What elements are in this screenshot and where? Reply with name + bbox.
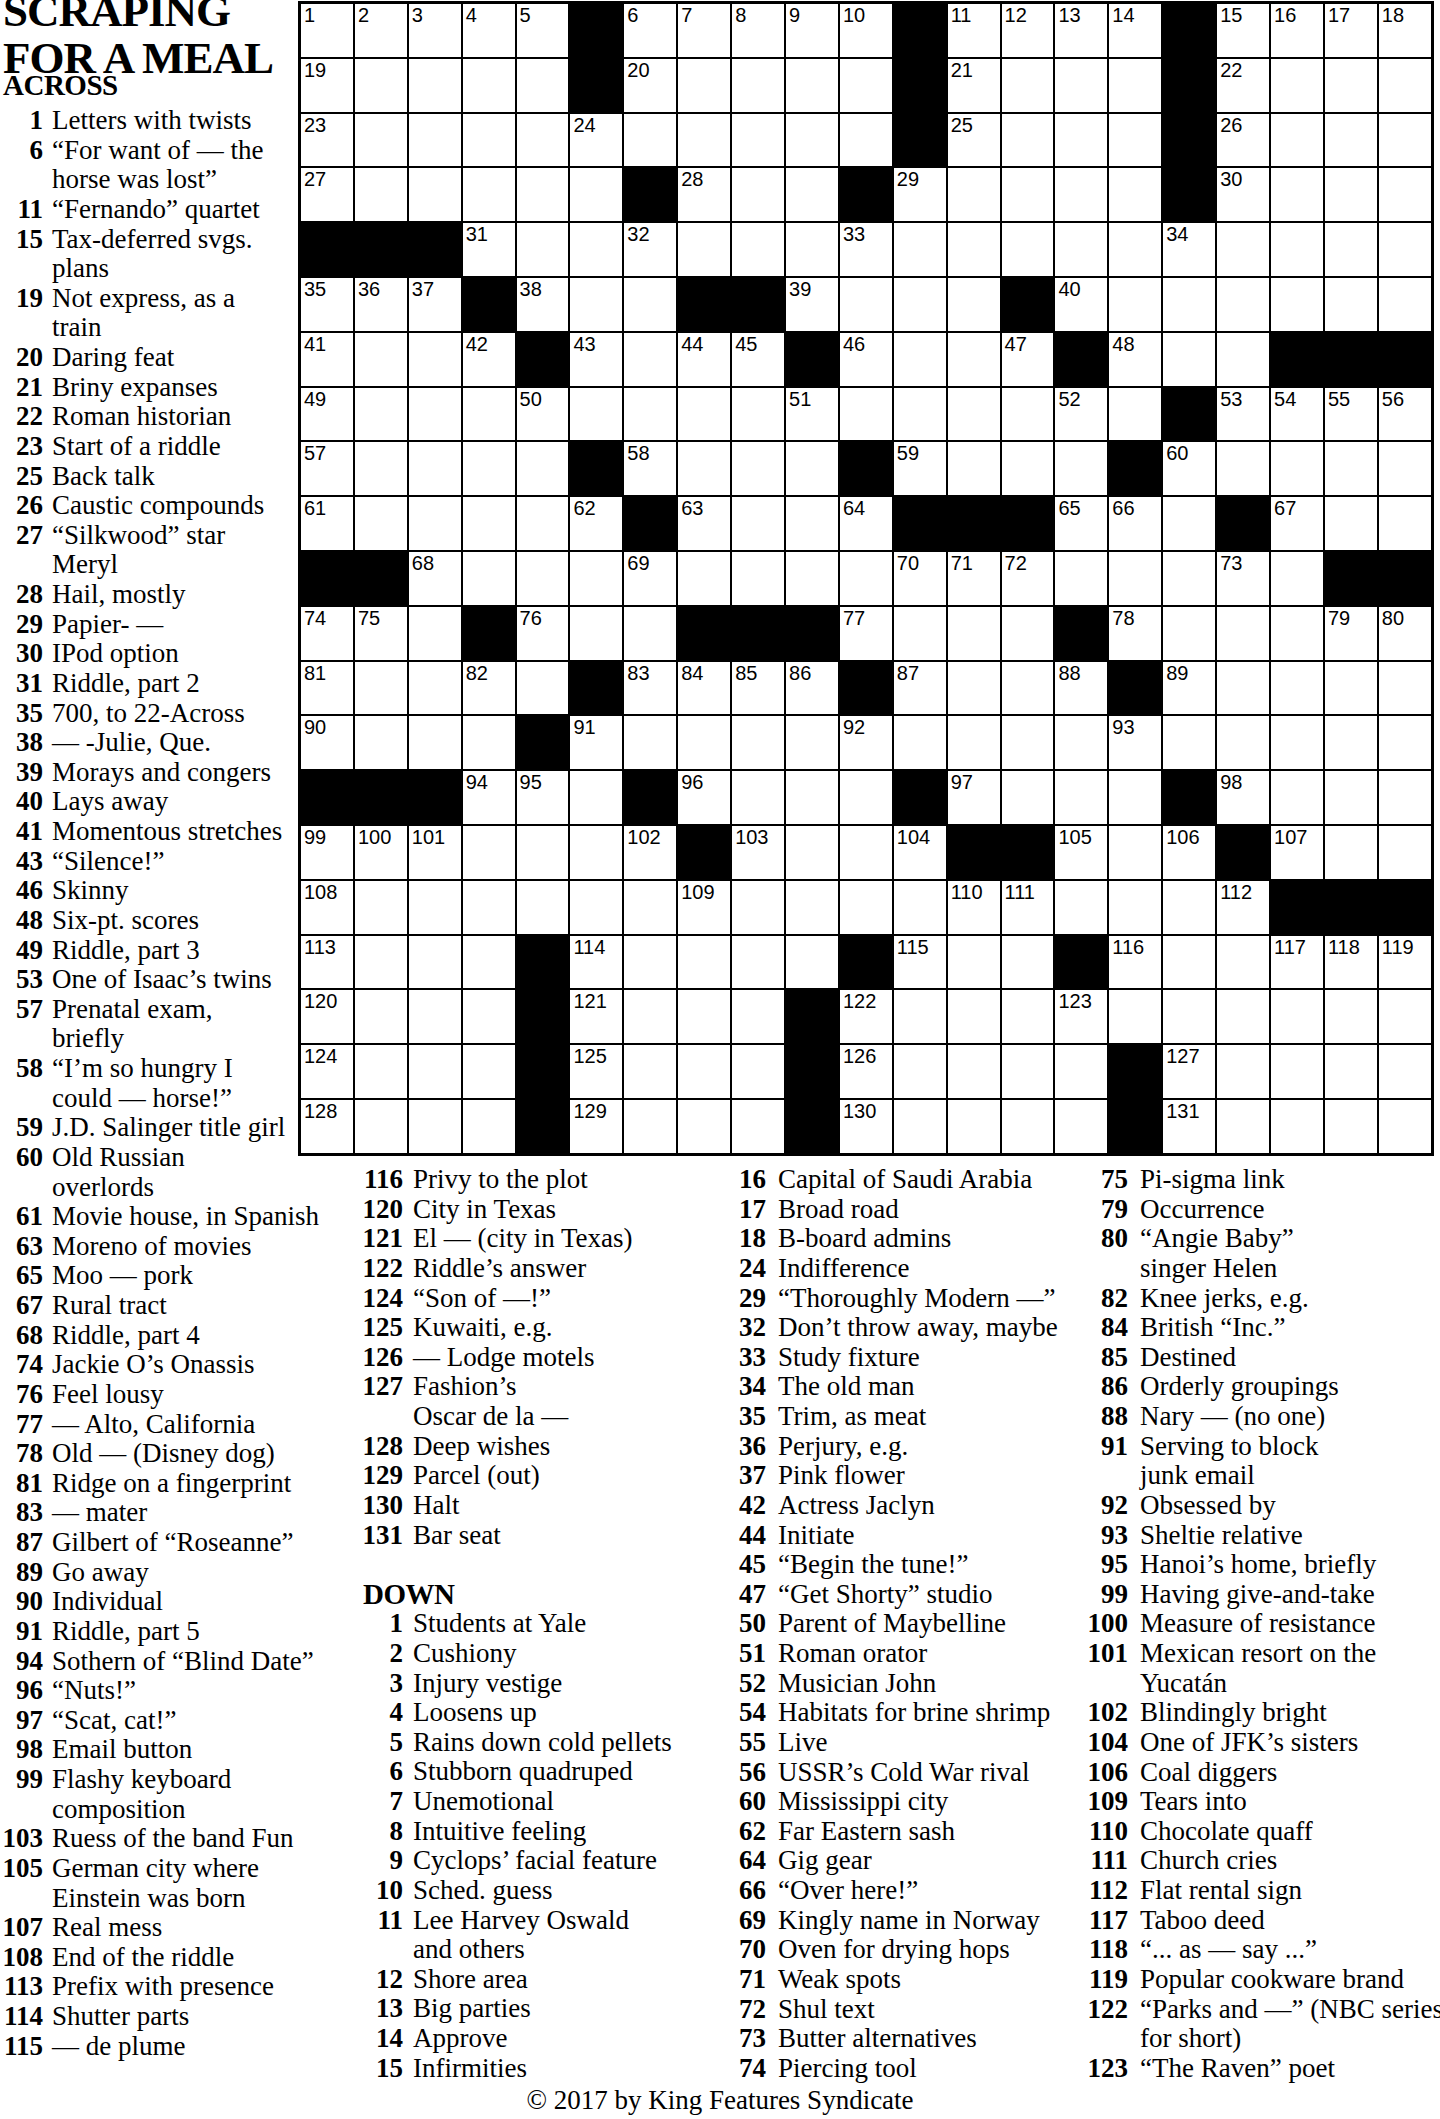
grid-cell-r17c8[interactable]: 109	[678, 881, 730, 934]
grid-cell-r11c18[interactable]: 73	[1217, 552, 1269, 605]
grid-cell-r1c11[interactable]: 10	[840, 4, 892, 57]
grid-cell-r2c1[interactable]: 19	[301, 59, 353, 112]
grid-cell-r1c1[interactable]: 1	[301, 4, 353, 57]
grid-cell-r9c5[interactable]	[517, 442, 569, 495]
grid-cell-r19c13[interactable]	[948, 990, 1000, 1043]
grid-cell-r9c7[interactable]: 58	[624, 442, 676, 495]
grid-cell-r7c12[interactable]	[894, 333, 946, 386]
grid-cell-r1c21[interactable]: 18	[1379, 4, 1431, 57]
grid-cell-r4c20[interactable]	[1325, 168, 1377, 221]
grid-cell-r8c7[interactable]	[624, 388, 676, 441]
grid-cell-r16c4[interactable]	[463, 826, 515, 879]
grid-cell-r9c18[interactable]	[1217, 442, 1269, 495]
grid-cell-r9c1[interactable]: 57	[301, 442, 353, 495]
grid-cell-r14c6[interactable]: 91	[570, 716, 622, 769]
grid-cell-r10c1[interactable]: 61	[301, 497, 353, 550]
grid-cell-r2c10[interactable]	[786, 59, 838, 112]
grid-cell-r3c19[interactable]	[1271, 114, 1323, 167]
grid-cell-r17c11[interactable]	[840, 881, 892, 934]
grid-cell-r12c12[interactable]	[894, 607, 946, 660]
grid-cell-r19c21[interactable]	[1379, 990, 1431, 1043]
grid-cell-r2c7[interactable]: 20	[624, 59, 676, 112]
grid-cell-r18c16[interactable]: 116	[1109, 936, 1161, 989]
grid-cell-r12c6[interactable]	[570, 607, 622, 660]
grid-cell-r5c5[interactable]	[517, 223, 569, 276]
grid-cell-r6c21[interactable]	[1379, 278, 1431, 331]
grid-cell-r6c5[interactable]: 38	[517, 278, 569, 331]
grid-cell-r18c7[interactable]	[624, 936, 676, 989]
grid-cell-r2c16[interactable]	[1109, 59, 1161, 112]
grid-cell-r21c6[interactable]: 129	[570, 1100, 622, 1153]
grid-cell-r19c15[interactable]: 123	[1055, 990, 1107, 1043]
grid-cell-r20c12[interactable]	[894, 1045, 946, 1098]
grid-cell-r20c11[interactable]: 126	[840, 1045, 892, 1098]
grid-cell-r2c19[interactable]	[1271, 59, 1323, 112]
grid-cell-r1c8[interactable]: 7	[678, 4, 730, 57]
grid-cell-r8c9[interactable]	[732, 388, 784, 441]
grid-cell-r20c7[interactable]	[624, 1045, 676, 1098]
grid-cell-r7c2[interactable]	[355, 333, 407, 386]
grid-cell-r14c2[interactable]	[355, 716, 407, 769]
grid-cell-r20c4[interactable]	[463, 1045, 515, 1098]
grid-cell-r17c2[interactable]	[355, 881, 407, 934]
grid-cell-r16c2[interactable]: 100	[355, 826, 407, 879]
grid-cell-r15c13[interactable]: 97	[948, 771, 1000, 824]
grid-cell-r21c20[interactable]	[1325, 1100, 1377, 1153]
grid-cell-r5c18[interactable]	[1217, 223, 1269, 276]
grid-cell-r6c12[interactable]	[894, 278, 946, 331]
grid-cell-r13c9[interactable]: 85	[732, 662, 784, 715]
grid-cell-r21c11[interactable]: 130	[840, 1100, 892, 1153]
grid-cell-r13c20[interactable]	[1325, 662, 1377, 715]
grid-cell-r8c20[interactable]: 55	[1325, 388, 1377, 441]
grid-cell-r11c10[interactable]	[786, 552, 838, 605]
grid-cell-r14c7[interactable]	[624, 716, 676, 769]
grid-cell-r8c18[interactable]: 53	[1217, 388, 1269, 441]
grid-cell-r20c18[interactable]	[1217, 1045, 1269, 1098]
grid-cell-r18c4[interactable]	[463, 936, 515, 989]
grid-cell-r14c3[interactable]	[409, 716, 461, 769]
grid-cell-r10c17[interactable]	[1163, 497, 1215, 550]
grid-cell-r3c5[interactable]	[517, 114, 569, 167]
grid-cell-r15c21[interactable]	[1379, 771, 1431, 824]
grid-cell-r1c5[interactable]: 5	[517, 4, 569, 57]
grid-cell-r3c3[interactable]	[409, 114, 461, 167]
grid-cell-r18c2[interactable]	[355, 936, 407, 989]
grid-cell-r6c19[interactable]	[1271, 278, 1323, 331]
grid-cell-r4c14[interactable]	[1002, 168, 1054, 221]
grid-cell-r20c3[interactable]	[409, 1045, 461, 1098]
grid-cell-r20c13[interactable]	[948, 1045, 1000, 1098]
grid-cell-r5c4[interactable]: 31	[463, 223, 515, 276]
grid-cell-r20c1[interactable]: 124	[301, 1045, 353, 1098]
grid-cell-r12c5[interactable]: 76	[517, 607, 569, 660]
grid-cell-r16c16[interactable]	[1109, 826, 1161, 879]
grid-cell-r3c10[interactable]	[786, 114, 838, 167]
grid-cell-r9c4[interactable]	[463, 442, 515, 495]
grid-cell-r12c17[interactable]	[1163, 607, 1215, 660]
grid-cell-r11c16[interactable]	[1109, 552, 1161, 605]
grid-cell-r16c17[interactable]: 106	[1163, 826, 1215, 879]
grid-cell-r14c10[interactable]	[786, 716, 838, 769]
grid-cell-r10c3[interactable]	[409, 497, 461, 550]
grid-cell-r15c8[interactable]: 96	[678, 771, 730, 824]
grid-cell-r14c20[interactable]	[1325, 716, 1377, 769]
grid-cell-r12c18[interactable]	[1217, 607, 1269, 660]
grid-cell-r6c20[interactable]	[1325, 278, 1377, 331]
grid-cell-r21c15[interactable]	[1055, 1100, 1107, 1153]
grid-cell-r18c20[interactable]: 118	[1325, 936, 1377, 989]
grid-cell-r5c15[interactable]	[1055, 223, 1107, 276]
grid-cell-r12c7[interactable]	[624, 607, 676, 660]
grid-cell-r8c16[interactable]	[1109, 388, 1161, 441]
grid-cell-r14c17[interactable]	[1163, 716, 1215, 769]
grid-cell-r5c6[interactable]	[570, 223, 622, 276]
grid-cell-r21c1[interactable]: 128	[301, 1100, 353, 1153]
grid-cell-r3c18[interactable]: 26	[1217, 114, 1269, 167]
grid-cell-r9c15[interactable]	[1055, 442, 1107, 495]
grid-cell-r14c4[interactable]	[463, 716, 515, 769]
grid-cell-r13c15[interactable]: 88	[1055, 662, 1107, 715]
grid-cell-r9c12[interactable]: 59	[894, 442, 946, 495]
grid-cell-r12c13[interactable]	[948, 607, 1000, 660]
grid-cell-r9c14[interactable]	[1002, 442, 1054, 495]
grid-cell-r16c9[interactable]: 103	[732, 826, 784, 879]
grid-cell-r10c21[interactable]	[1379, 497, 1431, 550]
grid-cell-r8c10[interactable]: 51	[786, 388, 838, 441]
grid-cell-r21c18[interactable]	[1217, 1100, 1269, 1153]
grid-cell-r15c16[interactable]	[1109, 771, 1161, 824]
grid-cell-r16c15[interactable]: 105	[1055, 826, 1107, 879]
grid-cell-r20c15[interactable]	[1055, 1045, 1107, 1098]
grid-cell-r8c21[interactable]: 56	[1379, 388, 1431, 441]
grid-cell-r17c15[interactable]	[1055, 881, 1107, 934]
grid-cell-r10c6[interactable]: 62	[570, 497, 622, 550]
grid-cell-r9c13[interactable]	[948, 442, 1000, 495]
grid-cell-r13c4[interactable]: 82	[463, 662, 515, 715]
grid-cell-r11c3[interactable]: 68	[409, 552, 461, 605]
grid-cell-r7c9[interactable]: 45	[732, 333, 784, 386]
grid-cell-r15c5[interactable]: 95	[517, 771, 569, 824]
grid-cell-r21c13[interactable]	[948, 1100, 1000, 1153]
grid-cell-r11c11[interactable]	[840, 552, 892, 605]
grid-cell-r2c2[interactable]	[355, 59, 407, 112]
grid-cell-r14c11[interactable]: 92	[840, 716, 892, 769]
grid-cell-r16c11[interactable]	[840, 826, 892, 879]
grid-cell-r5c16[interactable]	[1109, 223, 1161, 276]
grid-cell-r2c18[interactable]: 22	[1217, 59, 1269, 112]
grid-cell-r9c20[interactable]	[1325, 442, 1377, 495]
grid-cell-r11c8[interactable]	[678, 552, 730, 605]
grid-cell-r12c14[interactable]	[1002, 607, 1054, 660]
grid-cell-r6c6[interactable]	[570, 278, 622, 331]
grid-cell-r8c8[interactable]	[678, 388, 730, 441]
grid-cell-r21c17[interactable]: 131	[1163, 1100, 1215, 1153]
grid-cell-r4c6[interactable]	[570, 168, 622, 221]
grid-cell-r10c19[interactable]: 67	[1271, 497, 1323, 550]
grid-cell-r15c10[interactable]	[786, 771, 838, 824]
grid-cell-r10c2[interactable]	[355, 497, 407, 550]
grid-cell-r6c13[interactable]	[948, 278, 1000, 331]
grid-cell-r17c12[interactable]	[894, 881, 946, 934]
grid-cell-r4c4[interactable]	[463, 168, 515, 221]
grid-cell-r14c21[interactable]	[1379, 716, 1431, 769]
grid-cell-r4c19[interactable]	[1271, 168, 1323, 221]
grid-cell-r19c18[interactable]	[1217, 990, 1269, 1043]
grid-cell-r5c12[interactable]	[894, 223, 946, 276]
grid-cell-r19c12[interactable]	[894, 990, 946, 1043]
grid-cell-r20c14[interactable]	[1002, 1045, 1054, 1098]
grid-cell-r5c14[interactable]	[1002, 223, 1054, 276]
grid-cell-r3c15[interactable]	[1055, 114, 1107, 167]
grid-cell-r11c13[interactable]: 71	[948, 552, 1000, 605]
grid-cell-r14c19[interactable]	[1271, 716, 1323, 769]
grid-cell-r10c9[interactable]	[732, 497, 784, 550]
grid-cell-r6c1[interactable]: 35	[301, 278, 353, 331]
grid-cell-r15c18[interactable]: 98	[1217, 771, 1269, 824]
grid-cell-r11c15[interactable]	[1055, 552, 1107, 605]
grid-cell-r17c9[interactable]	[732, 881, 784, 934]
grid-cell-r13c10[interactable]: 86	[786, 662, 838, 715]
grid-cell-r12c20[interactable]: 79	[1325, 607, 1377, 660]
grid-cell-r5c7[interactable]: 32	[624, 223, 676, 276]
grid-cell-r19c16[interactable]	[1109, 990, 1161, 1043]
grid-cell-r20c19[interactable]	[1271, 1045, 1323, 1098]
grid-cell-r7c6[interactable]: 43	[570, 333, 622, 386]
grid-cell-r13c2[interactable]	[355, 662, 407, 715]
grid-cell-r16c12[interactable]: 104	[894, 826, 946, 879]
grid-cell-r21c3[interactable]	[409, 1100, 461, 1153]
grid-cell-r3c4[interactable]	[463, 114, 515, 167]
grid-cell-r1c4[interactable]: 4	[463, 4, 515, 57]
grid-cell-r7c16[interactable]: 48	[1109, 333, 1161, 386]
grid-cell-r18c12[interactable]: 115	[894, 936, 946, 989]
grid-cell-r5c11[interactable]: 33	[840, 223, 892, 276]
grid-cell-r7c13[interactable]	[948, 333, 1000, 386]
grid-cell-r12c1[interactable]: 74	[301, 607, 353, 660]
grid-cell-r6c17[interactable]	[1163, 278, 1215, 331]
grid-cell-r14c9[interactable]	[732, 716, 784, 769]
grid-cell-r15c19[interactable]	[1271, 771, 1323, 824]
grid-cell-r5c20[interactable]	[1325, 223, 1377, 276]
grid-cell-r4c12[interactable]: 29	[894, 168, 946, 221]
grid-cell-r1c16[interactable]: 14	[1109, 4, 1161, 57]
grid-cell-r21c19[interactable]	[1271, 1100, 1323, 1153]
grid-cell-r18c1[interactable]: 113	[301, 936, 353, 989]
grid-cell-r19c3[interactable]	[409, 990, 461, 1043]
grid-cell-r8c6[interactable]	[570, 388, 622, 441]
grid-cell-r20c21[interactable]	[1379, 1045, 1431, 1098]
grid-cell-r7c14[interactable]: 47	[1002, 333, 1054, 386]
grid-cell-r20c9[interactable]	[732, 1045, 784, 1098]
grid-cell-r4c18[interactable]: 30	[1217, 168, 1269, 221]
grid-cell-r7c4[interactable]: 42	[463, 333, 515, 386]
grid-cell-r9c2[interactable]	[355, 442, 407, 495]
grid-cell-r6c7[interactable]	[624, 278, 676, 331]
grid-cell-r4c10[interactable]	[786, 168, 838, 221]
grid-cell-r8c12[interactable]	[894, 388, 946, 441]
grid-cell-r4c8[interactable]: 28	[678, 168, 730, 221]
grid-cell-r4c16[interactable]	[1109, 168, 1161, 221]
grid-cell-r1c13[interactable]: 11	[948, 4, 1000, 57]
grid-cell-r7c3[interactable]	[409, 333, 461, 386]
grid-cell-r8c3[interactable]	[409, 388, 461, 441]
grid-cell-r2c15[interactable]	[1055, 59, 1107, 112]
grid-cell-r10c16[interactable]: 66	[1109, 497, 1161, 550]
grid-cell-r1c14[interactable]: 12	[1002, 4, 1054, 57]
grid-cell-r2c8[interactable]	[678, 59, 730, 112]
grid-cell-r16c20[interactable]	[1325, 826, 1377, 879]
grid-cell-r10c20[interactable]	[1325, 497, 1377, 550]
grid-cell-r6c15[interactable]: 40	[1055, 278, 1107, 331]
grid-cell-r12c2[interactable]: 75	[355, 607, 407, 660]
grid-cell-r14c14[interactable]	[1002, 716, 1054, 769]
grid-cell-r1c19[interactable]: 16	[1271, 4, 1323, 57]
grid-cell-r16c7[interactable]: 102	[624, 826, 676, 879]
grid-cell-r14c12[interactable]	[894, 716, 946, 769]
grid-cell-r21c14[interactable]	[1002, 1100, 1054, 1153]
grid-cell-r10c11[interactable]: 64	[840, 497, 892, 550]
grid-cell-r9c17[interactable]: 60	[1163, 442, 1215, 495]
grid-cell-r13c1[interactable]: 81	[301, 662, 353, 715]
grid-cell-r19c19[interactable]	[1271, 990, 1323, 1043]
grid-cell-r3c8[interactable]	[678, 114, 730, 167]
grid-cell-r1c2[interactable]: 2	[355, 4, 407, 57]
grid-cell-r3c7[interactable]	[624, 114, 676, 167]
grid-cell-r6c3[interactable]: 37	[409, 278, 461, 331]
grid-cell-r20c20[interactable]	[1325, 1045, 1377, 1098]
grid-cell-r9c10[interactable]	[786, 442, 838, 495]
grid-cell-r18c8[interactable]	[678, 936, 730, 989]
grid-cell-r18c6[interactable]: 114	[570, 936, 622, 989]
grid-cell-r20c17[interactable]: 127	[1163, 1045, 1215, 1098]
grid-cell-r21c7[interactable]	[624, 1100, 676, 1153]
grid-cell-r5c9[interactable]	[732, 223, 784, 276]
grid-cell-r4c9[interactable]	[732, 168, 784, 221]
grid-cell-r5c10[interactable]	[786, 223, 838, 276]
grid-cell-r8c15[interactable]: 52	[1055, 388, 1107, 441]
grid-cell-r17c6[interactable]	[570, 881, 622, 934]
grid-cell-r18c21[interactable]: 119	[1379, 936, 1431, 989]
grid-cell-r4c13[interactable]	[948, 168, 1000, 221]
grid-cell-r11c9[interactable]	[732, 552, 784, 605]
grid-cell-r6c18[interactable]	[1217, 278, 1269, 331]
grid-cell-r15c6[interactable]	[570, 771, 622, 824]
grid-cell-r13c7[interactable]: 83	[624, 662, 676, 715]
grid-cell-r20c8[interactable]	[678, 1045, 730, 1098]
grid-cell-r1c10[interactable]: 9	[786, 4, 838, 57]
grid-cell-r19c9[interactable]	[732, 990, 784, 1043]
grid-cell-r5c21[interactable]	[1379, 223, 1431, 276]
grid-cell-r8c13[interactable]	[948, 388, 1000, 441]
grid-cell-r3c16[interactable]	[1109, 114, 1161, 167]
grid-cell-r8c19[interactable]: 54	[1271, 388, 1323, 441]
grid-cell-r2c13[interactable]: 21	[948, 59, 1000, 112]
grid-cell-r17c16[interactable]	[1109, 881, 1161, 934]
grid-cell-r5c8[interactable]	[678, 223, 730, 276]
grid-cell-r18c14[interactable]	[1002, 936, 1054, 989]
grid-cell-r4c5[interactable]	[517, 168, 569, 221]
grid-cell-r21c9[interactable]	[732, 1100, 784, 1153]
grid-cell-r1c7[interactable]: 6	[624, 4, 676, 57]
grid-cell-r8c14[interactable]	[1002, 388, 1054, 441]
grid-cell-r7c17[interactable]	[1163, 333, 1215, 386]
grid-cell-r12c21[interactable]: 80	[1379, 607, 1431, 660]
grid-cell-r1c18[interactable]: 15	[1217, 4, 1269, 57]
grid-cell-r3c11[interactable]	[840, 114, 892, 167]
grid-cell-r18c17[interactable]	[1163, 936, 1215, 989]
grid-cell-r21c8[interactable]	[678, 1100, 730, 1153]
grid-cell-r3c13[interactable]: 25	[948, 114, 1000, 167]
grid-cell-r13c21[interactable]	[1379, 662, 1431, 715]
grid-cell-r17c4[interactable]	[463, 881, 515, 934]
grid-cell-r13c8[interactable]: 84	[678, 662, 730, 715]
grid-cell-r7c8[interactable]: 44	[678, 333, 730, 386]
grid-cell-r15c20[interactable]	[1325, 771, 1377, 824]
grid-cell-r15c15[interactable]	[1055, 771, 1107, 824]
grid-cell-r8c11[interactable]	[840, 388, 892, 441]
grid-cell-r21c2[interactable]	[355, 1100, 407, 1153]
grid-cell-r6c16[interactable]	[1109, 278, 1161, 331]
grid-cell-r16c19[interactable]: 107	[1271, 826, 1323, 879]
grid-cell-r15c14[interactable]	[1002, 771, 1054, 824]
grid-cell-r17c13[interactable]: 110	[948, 881, 1000, 934]
grid-cell-r14c18[interactable]	[1217, 716, 1269, 769]
grid-cell-r4c2[interactable]	[355, 168, 407, 221]
grid-cell-r2c21[interactable]	[1379, 59, 1431, 112]
grid-cell-r10c8[interactable]: 63	[678, 497, 730, 550]
grid-cell-r19c1[interactable]: 120	[301, 990, 353, 1043]
grid-cell-r13c3[interactable]	[409, 662, 461, 715]
grid-cell-r10c4[interactable]	[463, 497, 515, 550]
grid-cell-r3c9[interactable]	[732, 114, 784, 167]
grid-cell-r14c13[interactable]	[948, 716, 1000, 769]
grid-cell-r10c5[interactable]	[517, 497, 569, 550]
grid-cell-r12c19[interactable]	[1271, 607, 1323, 660]
grid-cell-r11c6[interactable]	[570, 552, 622, 605]
grid-cell-r1c9[interactable]: 8	[732, 4, 784, 57]
grid-cell-r18c13[interactable]	[948, 936, 1000, 989]
grid-cell-r11c14[interactable]: 72	[1002, 552, 1054, 605]
grid-cell-r7c1[interactable]: 41	[301, 333, 353, 386]
grid-cell-r7c18[interactable]	[1217, 333, 1269, 386]
grid-cell-r9c21[interactable]	[1379, 442, 1431, 495]
grid-cell-r18c3[interactable]	[409, 936, 461, 989]
grid-cell-r3c14[interactable]	[1002, 114, 1054, 167]
grid-cell-r16c10[interactable]	[786, 826, 838, 879]
grid-cell-r19c17[interactable]	[1163, 990, 1215, 1043]
grid-cell-r9c19[interactable]	[1271, 442, 1323, 495]
grid-cell-r2c14[interactable]	[1002, 59, 1054, 112]
grid-cell-r17c3[interactable]	[409, 881, 461, 934]
grid-cell-r18c9[interactable]	[732, 936, 784, 989]
grid-cell-r19c11[interactable]: 122	[840, 990, 892, 1043]
grid-cell-r13c19[interactable]	[1271, 662, 1323, 715]
grid-cell-r14c16[interactable]: 93	[1109, 716, 1161, 769]
grid-cell-r19c20[interactable]	[1325, 990, 1377, 1043]
grid-cell-r16c5[interactable]	[517, 826, 569, 879]
grid-cell-r13c13[interactable]	[948, 662, 1000, 715]
grid-cell-r20c2[interactable]	[355, 1045, 407, 1098]
grid-cell-r17c14[interactable]: 111	[1002, 881, 1054, 934]
grid-cell-r3c2[interactable]	[355, 114, 407, 167]
grid-cell-r6c2[interactable]: 36	[355, 278, 407, 331]
grid-cell-r8c1[interactable]: 49	[301, 388, 353, 441]
grid-cell-r15c4[interactable]: 94	[463, 771, 515, 824]
grid-cell-r1c3[interactable]: 3	[409, 4, 461, 57]
grid-cell-r17c5[interactable]	[517, 881, 569, 934]
grid-cell-r19c2[interactable]	[355, 990, 407, 1043]
